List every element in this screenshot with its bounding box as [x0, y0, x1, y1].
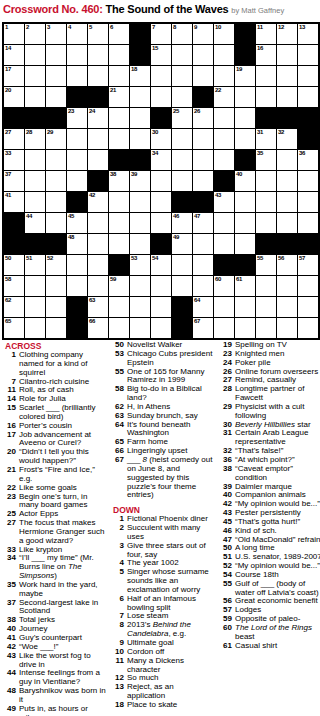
- grid-cell[interactable]: [277, 192, 297, 212]
- block-cell: [109, 150, 129, 170]
- grid-cell[interactable]: [151, 87, 171, 107]
- clue-number: 27: [3, 519, 16, 546]
- cell-number: 11: [257, 24, 263, 31]
- clue-number: 5: [111, 568, 124, 595]
- clue-item: 27The focus that makes Hermione Granger …: [3, 519, 106, 546]
- grid-cell[interactable]: [67, 276, 87, 296]
- cell-number: 22: [215, 87, 221, 94]
- grid-cell[interactable]: [46, 171, 66, 191]
- grid-cell[interactable]: 50: [4, 255, 24, 275]
- grid-cell[interactable]: 60: [214, 276, 234, 296]
- clue-item: 55One of 165 for Manny Ramirez in 1999: [111, 368, 214, 386]
- puzzle-number: Crossword No. 460:: [3, 3, 103, 15]
- block-cell: [298, 129, 318, 149]
- grid-cell[interactable]: [46, 45, 66, 65]
- grid-cell[interactable]: [25, 87, 45, 107]
- grid-cell[interactable]: [67, 66, 87, 86]
- clue-item: 35Work hard in the yard, maybe: [3, 581, 106, 599]
- grid-cell[interactable]: [256, 87, 276, 107]
- cell-number: 4: [68, 24, 71, 31]
- clue-number: 53: [111, 350, 124, 368]
- clue-item: 82013’s Behind the Candelabra, e.g.: [111, 621, 214, 639]
- grid-cell[interactable]: [67, 171, 87, 191]
- block-cell: [130, 45, 150, 65]
- cell-number: 48: [68, 234, 74, 241]
- clue-number: 60: [219, 624, 232, 642]
- clue-number: 11: [111, 657, 124, 675]
- grid-cell[interactable]: 52: [46, 255, 66, 275]
- block-cell: [109, 255, 129, 275]
- cell-number: 30: [152, 129, 158, 136]
- grid-cell[interactable]: 24: [88, 108, 108, 128]
- grid-cell[interactable]: [172, 129, 192, 149]
- grid-cell[interactable]: 21: [109, 87, 129, 107]
- cell-number: 26: [194, 108, 200, 115]
- cell-number: 35: [257, 150, 263, 157]
- block-cell: [193, 87, 213, 107]
- grid-cell[interactable]: [298, 192, 318, 212]
- block-cell: [46, 234, 66, 254]
- cell-number: 47: [194, 213, 200, 220]
- block-cell: [25, 108, 45, 128]
- grid-cell[interactable]: [109, 108, 129, 128]
- grid-cell[interactable]: [277, 318, 297, 338]
- grid-cell[interactable]: 15: [151, 45, 171, 65]
- grid-cell[interactable]: 53: [130, 255, 150, 275]
- grid-cell[interactable]: [214, 318, 234, 338]
- grid-cell[interactable]: [88, 234, 108, 254]
- grid-cell[interactable]: [46, 318, 66, 338]
- clue-text: Big to-do in a Biblical land?: [124, 385, 214, 403]
- grid-cell[interactable]: [25, 192, 45, 212]
- grid-cell[interactable]: [298, 171, 318, 191]
- crossword-grid[interactable]: 1234567891011121314151617181920212223242…: [2, 22, 320, 340]
- grid-cell[interactable]: [193, 234, 213, 254]
- grid-cell[interactable]: [277, 213, 297, 233]
- cell-number: 51: [26, 255, 32, 262]
- byline: by Matt Gaffney: [231, 6, 284, 15]
- cell-number: 54: [152, 255, 158, 262]
- cell-number: 63: [89, 297, 95, 304]
- cell-number: 55: [257, 255, 263, 262]
- clue-text: Intense feelings from a guy in Vientiane…: [16, 669, 106, 687]
- grid-cell[interactable]: 29: [46, 129, 66, 149]
- grid-cell[interactable]: [277, 276, 297, 296]
- grid-cell[interactable]: [88, 213, 108, 233]
- grid-cell[interactable]: [298, 276, 318, 296]
- grid-cell[interactable]: [151, 171, 171, 191]
- grid-cell[interactable]: [151, 192, 171, 212]
- grid-cell[interactable]: 13: [298, 24, 318, 44]
- grid-cell[interactable]: 66: [88, 318, 108, 338]
- grid-cell[interactable]: [172, 276, 192, 296]
- grid-cell[interactable]: 65: [4, 318, 24, 338]
- grid-cell[interactable]: [235, 87, 255, 107]
- grid-cell[interactable]: 61: [235, 276, 255, 296]
- clue-number: 43: [3, 652, 16, 670]
- grid-cell[interactable]: [277, 150, 297, 170]
- cell-number: 58: [5, 276, 11, 283]
- grid-cell[interactable]: [25, 318, 45, 338]
- clue-text: Work hard in the yard, maybe: [16, 581, 106, 599]
- grid-cell[interactable]: 58: [4, 276, 24, 296]
- grid-cell[interactable]: [193, 66, 213, 86]
- grid-cell[interactable]: 56: [277, 255, 297, 275]
- grid-cell[interactable]: 5: [88, 24, 108, 44]
- cell-number: 34: [152, 150, 158, 157]
- grid-cell[interactable]: 42: [88, 192, 108, 212]
- grid-cell[interactable]: [109, 318, 129, 338]
- clue-item: 13Reject, as an application: [111, 683, 214, 701]
- grid-cell[interactable]: [25, 171, 45, 191]
- grid-cell[interactable]: [109, 129, 129, 149]
- grid-cell[interactable]: [214, 108, 234, 128]
- grid-cell[interactable]: [172, 255, 192, 275]
- grid-cell[interactable]: [151, 318, 171, 338]
- clue-item: 64It’s found beneath Washington: [111, 421, 214, 439]
- grid-cell[interactable]: [130, 276, 150, 296]
- grid-cell[interactable]: 2: [25, 24, 45, 44]
- clue-text: Half of an infamous bowling split: [124, 595, 214, 613]
- clue-item: 37Second-largest lake in Scotland: [3, 599, 106, 617]
- grid-cell[interactable]: [193, 255, 213, 275]
- grid-cell[interactable]: 67: [193, 318, 213, 338]
- grid-cell[interactable]: [67, 129, 87, 149]
- grid-cell[interactable]: [298, 87, 318, 107]
- clue-text: Longtime partner of Fawcett: [232, 385, 320, 403]
- grid-cell[interactable]: [46, 87, 66, 107]
- grid-cell[interactable]: 19: [235, 66, 255, 86]
- clue-text: ___ 8 (heist comedy out on June 8, and s…: [124, 456, 214, 500]
- cell-number: 45: [68, 213, 74, 220]
- grid-cell[interactable]: [277, 171, 297, 191]
- cell-number: 65: [5, 318, 11, 325]
- cell-number: 40: [236, 171, 242, 178]
- grid-cell[interactable]: [172, 150, 192, 170]
- grid-cell[interactable]: [172, 66, 192, 86]
- cell-number: 36: [299, 150, 305, 157]
- grid-cell[interactable]: 26: [193, 108, 213, 128]
- grid-cell[interactable]: 6: [109, 24, 129, 44]
- grid-cell[interactable]: [109, 66, 129, 86]
- grid-cell[interactable]: [25, 66, 45, 86]
- cell-number: 13: [299, 24, 305, 31]
- clue-number: 2: [111, 524, 124, 542]
- grid-cell[interactable]: [151, 213, 171, 233]
- clue-text: The focus that makes Hermione Granger su…: [16, 519, 106, 546]
- clue-item: 6Half of an infamous bowling split: [111, 595, 214, 613]
- grid-cell[interactable]: 12: [277, 24, 297, 44]
- clue-number: 17: [3, 431, 16, 449]
- clue-item: 28Longtime partner of Fawcett: [219, 385, 320, 403]
- grid-cell[interactable]: [151, 276, 171, 296]
- grid-cell[interactable]: 47: [193, 213, 213, 233]
- grid-cell[interactable]: [109, 45, 129, 65]
- grid-cell[interactable]: [277, 45, 297, 65]
- clue-item: 21Frost’s “Fire and Ice,” e.g.: [3, 466, 106, 484]
- grid-cell[interactable]: [130, 318, 150, 338]
- clue-text: Job advancement at Aveeno or Curel?: [16, 431, 106, 449]
- grid-cell[interactable]: [88, 66, 108, 86]
- grid-cell[interactable]: 38: [109, 171, 129, 191]
- cell-number: 49: [173, 234, 179, 241]
- grid-cell[interactable]: [46, 276, 66, 296]
- grid-cell[interactable]: [109, 192, 129, 212]
- grid-cell[interactable]: [88, 276, 108, 296]
- clue-number: 6: [111, 595, 124, 613]
- grid-cell[interactable]: 16: [256, 45, 276, 65]
- grid-cell[interactable]: [235, 129, 255, 149]
- clue-number: 44: [3, 669, 16, 687]
- grid-cell[interactable]: [172, 171, 192, 191]
- grid-cell[interactable]: 23: [67, 108, 87, 128]
- grid-cell[interactable]: [151, 297, 171, 317]
- grid-cell[interactable]: [298, 66, 318, 86]
- cell-number: 1: [5, 24, 8, 31]
- block-cell: [67, 297, 87, 317]
- grid-cell[interactable]: 49: [172, 234, 192, 254]
- grid-cell[interactable]: [88, 150, 108, 170]
- grid-cell[interactable]: 35: [256, 150, 276, 170]
- grid-cell[interactable]: [277, 87, 297, 107]
- grid-cell[interactable]: [193, 45, 213, 65]
- grid-cell[interactable]: [88, 255, 108, 275]
- grid-cell[interactable]: 37: [4, 171, 24, 191]
- grid-cell[interactable]: [298, 297, 318, 317]
- grid-cell[interactable]: 27: [4, 129, 24, 149]
- grid-cell[interactable]: [256, 276, 276, 296]
- clue-number: 28: [219, 385, 232, 403]
- grid-cell[interactable]: [88, 45, 108, 65]
- grid-cell[interactable]: [256, 318, 276, 338]
- grid-cell[interactable]: 41: [4, 192, 24, 212]
- grid-cell[interactable]: [214, 66, 234, 86]
- grid-cell[interactable]: 44: [25, 213, 45, 233]
- grid-cell[interactable]: 45: [67, 213, 87, 233]
- clue-item: 2Succulent with many uses: [111, 524, 214, 542]
- grid-cell[interactable]: [214, 150, 234, 170]
- cell-number: 43: [215, 192, 221, 199]
- cell-number: 8: [173, 24, 176, 31]
- grid-cell[interactable]: [214, 129, 234, 149]
- block-cell: [130, 24, 150, 44]
- grid-cell[interactable]: [130, 234, 150, 254]
- grid-cell[interactable]: 28: [25, 129, 45, 149]
- clue-number: 49: [3, 705, 16, 716]
- grid-cell[interactable]: 39: [130, 171, 150, 191]
- grid-cell[interactable]: [130, 108, 150, 128]
- grid-cell[interactable]: [256, 171, 276, 191]
- grid-cell[interactable]: [67, 255, 87, 275]
- grid-cell[interactable]: 10: [214, 24, 234, 44]
- block-cell: [298, 234, 318, 254]
- block-cell: [235, 24, 255, 44]
- grid-cell[interactable]: [130, 297, 150, 317]
- grid-cell[interactable]: 64: [193, 297, 213, 317]
- grid-cell[interactable]: 57: [298, 255, 318, 275]
- grid-cell[interactable]: [193, 150, 213, 170]
- grid-cell[interactable]: 36: [298, 150, 318, 170]
- block-cell: [25, 234, 45, 254]
- grid-cell[interactable]: 25: [172, 108, 192, 128]
- grid-cell[interactable]: [130, 213, 150, 233]
- clue-item: 15Scarlet ___ (brilliantly colored bird): [3, 404, 106, 422]
- clue-number: 64: [111, 421, 124, 439]
- grid-cell[interactable]: 20: [4, 87, 24, 107]
- grid-cell[interactable]: 55: [256, 255, 276, 275]
- clue-text: Puts in, as hours or miles: [16, 705, 106, 716]
- grid-cell[interactable]: [256, 213, 276, 233]
- cell-number: 27: [5, 129, 11, 136]
- grid-cell[interactable]: [298, 45, 318, 65]
- grid-cell[interactable]: 4: [67, 24, 87, 44]
- grid-cell[interactable]: 51: [25, 255, 45, 275]
- grid-cell[interactable]: [298, 213, 318, 233]
- grid-cell[interactable]: 11: [256, 24, 276, 44]
- grid-cell[interactable]: [46, 213, 66, 233]
- grid-cell[interactable]: [25, 150, 45, 170]
- grid-cell[interactable]: 48: [67, 234, 87, 254]
- grid-cell[interactable]: [235, 108, 255, 128]
- grid-cell[interactable]: 63: [88, 297, 108, 317]
- grid-cell[interactable]: [88, 129, 108, 149]
- grid-cell[interactable]: [172, 87, 192, 107]
- clue-number: 15: [3, 404, 16, 422]
- clue-item: 60The Lord of the Rings beast: [219, 624, 320, 642]
- grid-cell[interactable]: 54: [151, 255, 171, 275]
- grid-cell[interactable]: 62: [4, 297, 24, 317]
- cell-number: 59: [110, 276, 116, 283]
- grid-cell[interactable]: [214, 297, 234, 317]
- grid-cell[interactable]: 18: [130, 66, 150, 86]
- clue-text: “Didn’t I tell you this would happen?”: [16, 448, 106, 466]
- clue-number: 48: [3, 687, 16, 705]
- clue-text: Succulent with many uses: [124, 524, 214, 542]
- grid-cell[interactable]: [256, 192, 276, 212]
- block-cell: [235, 255, 255, 275]
- cell-number: 18: [131, 66, 137, 73]
- grid-cell[interactable]: [46, 66, 66, 86]
- cell-number: 19: [236, 66, 242, 73]
- grid-cell[interactable]: [298, 318, 318, 338]
- grid-cell[interactable]: [235, 297, 255, 317]
- grid-cell[interactable]: 1: [4, 24, 24, 44]
- grid-cell[interactable]: [67, 150, 87, 170]
- grid-cell[interactable]: [46, 297, 66, 317]
- grid-cell[interactable]: [235, 192, 255, 212]
- block-cell: [46, 108, 66, 128]
- cell-number: 37: [5, 171, 11, 178]
- grid-cell[interactable]: 9: [193, 24, 213, 44]
- cell-number: 42: [89, 192, 95, 199]
- clue-number: 21: [3, 466, 16, 484]
- clue-text: Many a Dickens character: [124, 657, 214, 675]
- grid-cell[interactable]: 7: [151, 24, 171, 44]
- block-cell: [235, 45, 255, 65]
- grid-cell[interactable]: [130, 87, 150, 107]
- block-cell: [214, 171, 234, 191]
- grid-cell[interactable]: [151, 66, 171, 86]
- grid-cell[interactable]: [46, 192, 66, 212]
- clue-item: 53Chicago Cubs president Epstein: [111, 350, 214, 368]
- clue-number: 67: [111, 456, 124, 500]
- clue-text: Second-largest lake in Scotland: [16, 599, 106, 617]
- grid-cell[interactable]: [109, 213, 129, 233]
- block-cell: [172, 192, 192, 212]
- clue-number: 1: [3, 351, 16, 378]
- grid-cell[interactable]: [67, 45, 87, 65]
- grid-cell[interactable]: [109, 234, 129, 254]
- grid-cell[interactable]: 34: [151, 150, 171, 170]
- clue-text: Begin one’s turn, in many board games: [16, 493, 106, 511]
- block-cell: [277, 108, 297, 128]
- cell-number: 41: [5, 192, 11, 199]
- grid-cell[interactable]: [214, 234, 234, 254]
- grid-cell[interactable]: [235, 318, 255, 338]
- grid-cell[interactable]: 32: [277, 129, 297, 149]
- clue-text: Like the worst fog to drive in: [16, 652, 106, 670]
- grid-cell[interactable]: 30: [151, 129, 171, 149]
- clue-item: 44Intense feelings from a guy in Vientia…: [3, 669, 106, 687]
- grid-cell[interactable]: [256, 297, 276, 317]
- grid-cell[interactable]: [256, 66, 276, 86]
- grid-cell[interactable]: [25, 45, 45, 65]
- grid-cell[interactable]: [214, 45, 234, 65]
- block-cell: [4, 108, 24, 128]
- grid-cell[interactable]: 59: [109, 276, 129, 296]
- clue-number: 8: [111, 621, 124, 639]
- page-title: Crossword No. 460: The Sound of the Wave…: [3, 3, 284, 15]
- clue-number: 37: [3, 599, 16, 617]
- grid-cell[interactable]: [109, 297, 129, 317]
- grid-cell[interactable]: [193, 171, 213, 191]
- clue-number: 58: [111, 385, 124, 403]
- grid-cell[interactable]: 3: [46, 24, 66, 44]
- crossword-page: Crossword No. 460: The Sound of the Wave…: [0, 0, 320, 716]
- clue-number: 29: [219, 403, 232, 421]
- cell-number: 66: [89, 318, 95, 325]
- grid-cell[interactable]: [130, 129, 150, 149]
- grid-cell[interactable]: [46, 150, 66, 170]
- grid-cell[interactable]: [277, 66, 297, 86]
- grid-cell[interactable]: [214, 213, 234, 233]
- grid-cell[interactable]: [25, 276, 45, 296]
- grid-cell[interactable]: [277, 297, 297, 317]
- block-cell: [88, 87, 108, 107]
- grid-cell[interactable]: 40: [235, 171, 255, 191]
- clue-text: Give three stars out of four, say: [124, 542, 214, 560]
- grid-cell[interactable]: 46: [172, 213, 192, 233]
- grid-cell[interactable]: [193, 129, 213, 149]
- clue-text: “I’ll ___ my time” (Mr. Burns line on Th…: [16, 554, 106, 581]
- cell-number: 14: [5, 45, 11, 52]
- grid-cell[interactable]: [172, 45, 192, 65]
- grid-cell[interactable]: 43: [214, 192, 234, 212]
- block-cell: [172, 318, 192, 338]
- grid-cell[interactable]: 17: [4, 66, 24, 86]
- clue-text: Scarlet ___ (brilliantly colored bird): [16, 404, 106, 422]
- grid-cell[interactable]: 31: [256, 129, 276, 149]
- grid-cell[interactable]: [235, 234, 255, 254]
- grid-cell[interactable]: 22: [214, 87, 234, 107]
- grid-cell[interactable]: [130, 192, 150, 212]
- grid-cell[interactable]: [235, 213, 255, 233]
- grid-cell[interactable]: 14: [4, 45, 24, 65]
- grid-cell[interactable]: 8: [172, 24, 192, 44]
- grid-cell[interactable]: [25, 297, 45, 317]
- grid-cell[interactable]: 33: [4, 150, 24, 170]
- grid-cell[interactable]: [193, 276, 213, 296]
